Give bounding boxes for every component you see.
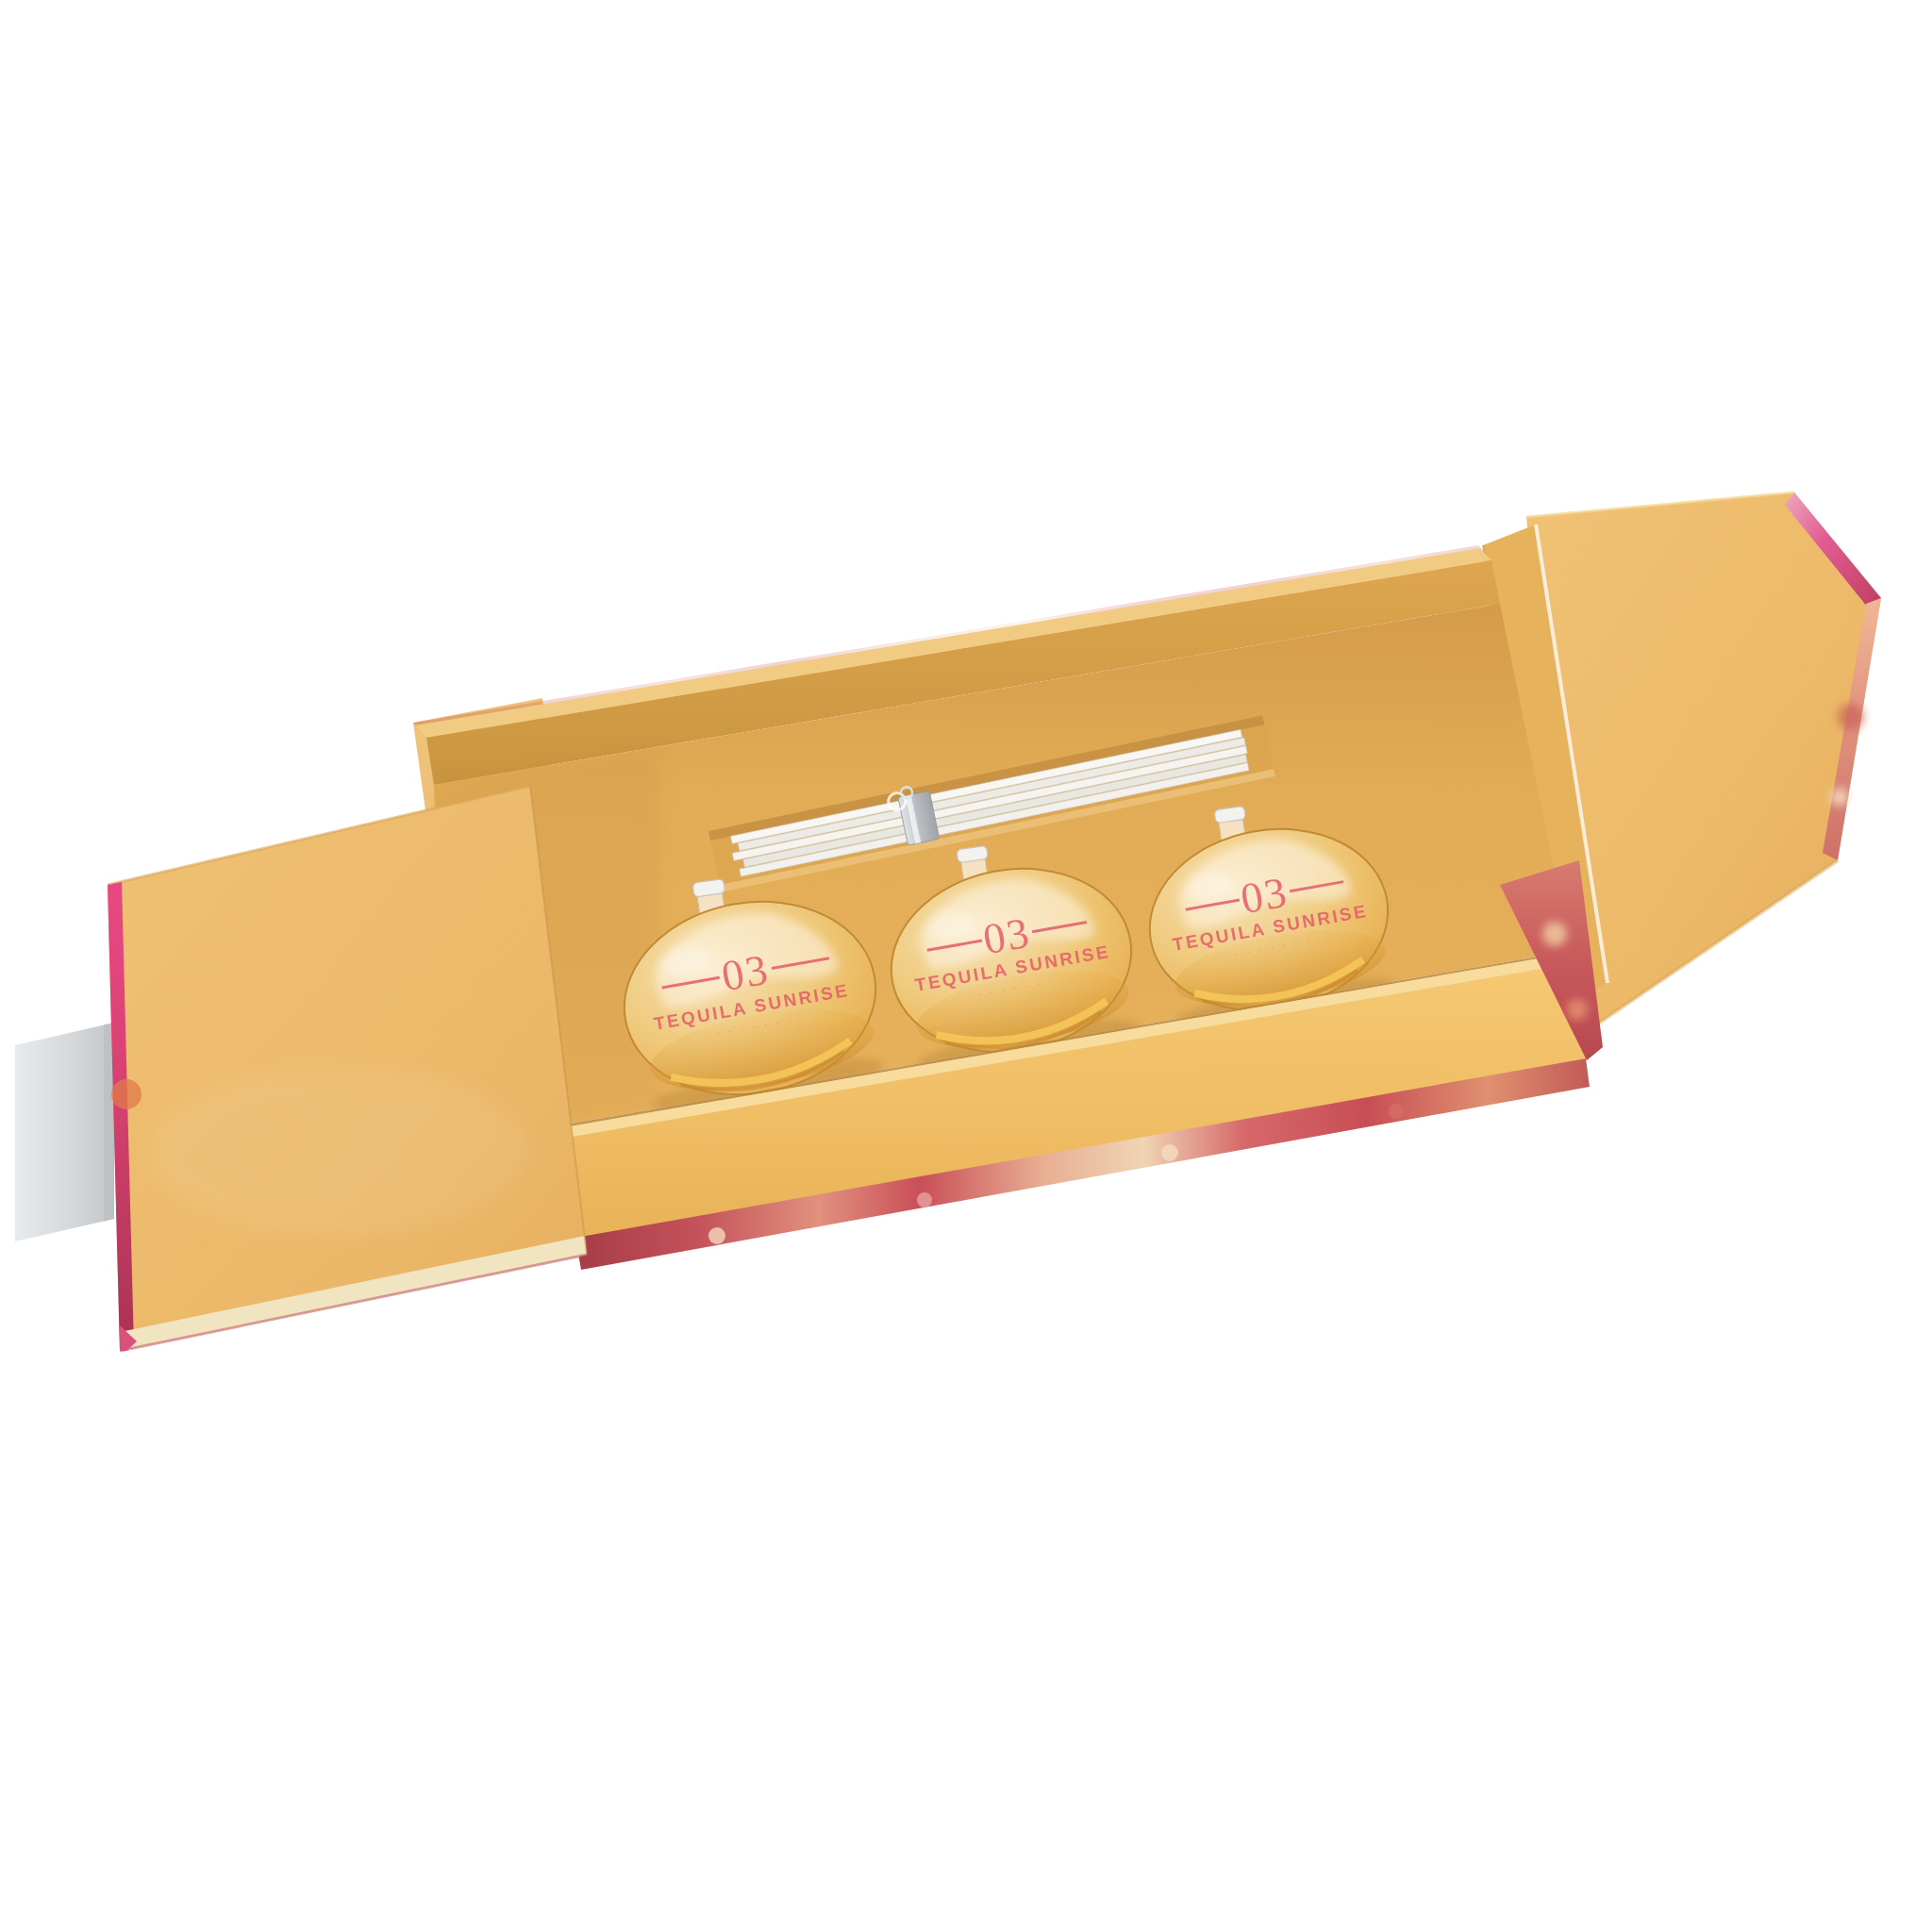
pull-tab	[15, 1023, 114, 1241]
right-door-floral-blob2	[1830, 788, 1849, 807]
right-door-floral-blob	[1838, 704, 1864, 730]
tray: 03 TEQUILA SUNRISE · · · · · · · 03	[413, 545, 1603, 1270]
gift-box-scene: 03 TEQUILA SUNRISE · · · · · · · 03	[0, 0, 1932, 1932]
floral-blob	[1542, 922, 1567, 946]
floral-blob	[1567, 999, 1588, 1020]
pull-tab-card	[15, 1023, 114, 1241]
left-door-floral-blob	[111, 1079, 142, 1109]
product-photo-canvas: 03 TEQUILA SUNRISE · · · · · · · 03	[0, 0, 1932, 1932]
bottle-1-number: 03	[718, 944, 773, 1000]
floral-dot	[917, 1192, 932, 1207]
left-door-sheen	[151, 1066, 528, 1236]
left-door-panel	[108, 786, 587, 1351]
floral-dot	[1389, 1104, 1404, 1119]
floral-dot	[708, 1227, 725, 1244]
floral-dot	[1161, 1144, 1178, 1161]
